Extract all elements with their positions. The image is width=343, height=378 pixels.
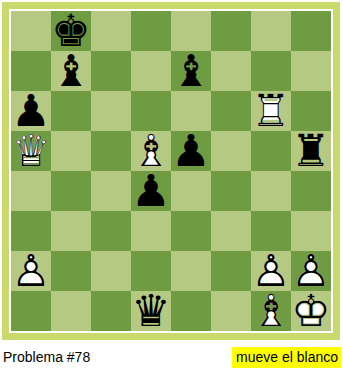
square-e7[interactable]: ♝︎ [171, 51, 211, 91]
piece-black-queen: ♛︎ [131, 291, 171, 331]
caption-row: Problema #78 mueve el blanco [2, 347, 341, 368]
square-h3[interactable] [291, 211, 331, 251]
square-c6[interactable] [91, 91, 131, 131]
square-b8[interactable]: ♚︎ [51, 11, 91, 51]
square-f4[interactable] [211, 171, 251, 211]
square-a1[interactable] [11, 291, 51, 331]
piece-black-king: ♚︎ [51, 11, 91, 51]
square-c7[interactable] [91, 51, 131, 91]
square-e5[interactable]: ♟︎ [171, 131, 211, 171]
piece-white-rook: ♖︎ [251, 91, 291, 131]
square-a5[interactable]: ♛︎♕︎ [11, 131, 51, 171]
piece-white-bishop-fill: ♝︎ [131, 131, 171, 171]
piece-white-bishop: ♗︎ [131, 131, 171, 171]
square-e8[interactable] [171, 11, 211, 51]
square-c4[interactable] [91, 171, 131, 211]
square-a3[interactable] [11, 211, 51, 251]
turn-indicator-label: mueve el blanco [232, 347, 341, 368]
square-f7[interactable] [211, 51, 251, 91]
square-f3[interactable] [211, 211, 251, 251]
square-a2[interactable]: ♟︎♙︎ [11, 251, 51, 291]
square-a4[interactable] [11, 171, 51, 211]
chess-board: ♚︎♝︎♝︎♟︎♜︎♖︎♛︎♕︎♝︎♗︎♟︎♜︎♟︎♟︎♙︎♟︎♙︎♟︎♙︎♛︎… [11, 11, 331, 331]
square-e6[interactable] [171, 91, 211, 131]
square-b4[interactable] [51, 171, 91, 211]
square-b1[interactable] [51, 291, 91, 331]
piece-black-pawn: ♟︎ [11, 91, 51, 131]
square-h4[interactable] [291, 171, 331, 211]
piece-black-rook: ♜︎ [291, 131, 331, 171]
piece-black-bishop: ♝︎ [171, 51, 211, 91]
piece-white-pawn: ♙︎ [291, 251, 331, 291]
square-g5[interactable] [251, 131, 291, 171]
square-d8[interactable] [131, 11, 171, 51]
square-h5[interactable]: ♜︎ [291, 131, 331, 171]
square-e4[interactable] [171, 171, 211, 211]
piece-white-rook-fill: ♜︎ [251, 91, 291, 131]
square-h8[interactable] [291, 11, 331, 51]
square-f1[interactable] [211, 291, 251, 331]
piece-white-bishop-fill: ♝︎ [251, 291, 291, 331]
piece-white-pawn-fill: ♟︎ [251, 251, 291, 291]
square-b3[interactable] [51, 211, 91, 251]
square-b5[interactable] [51, 131, 91, 171]
square-c1[interactable] [91, 291, 131, 331]
square-f2[interactable] [211, 251, 251, 291]
piece-white-king: ♔︎ [291, 291, 331, 331]
piece-black-pawn: ♟︎ [131, 171, 171, 211]
square-h6[interactable] [291, 91, 331, 131]
square-d6[interactable] [131, 91, 171, 131]
square-e2[interactable] [171, 251, 211, 291]
square-d4[interactable]: ♟︎ [131, 171, 171, 211]
square-e1[interactable] [171, 291, 211, 331]
square-d3[interactable] [131, 211, 171, 251]
square-a6[interactable]: ♟︎ [11, 91, 51, 131]
piece-white-king-fill: ♚︎ [291, 291, 331, 331]
square-a8[interactable] [11, 11, 51, 51]
square-d1[interactable]: ♛︎ [131, 291, 171, 331]
square-c8[interactable] [91, 11, 131, 51]
square-f8[interactable] [211, 11, 251, 51]
square-g3[interactable] [251, 211, 291, 251]
square-c3[interactable] [91, 211, 131, 251]
square-c2[interactable] [91, 251, 131, 291]
board-frame: ♚︎♝︎♝︎♟︎♜︎♖︎♛︎♕︎♝︎♗︎♟︎♜︎♟︎♟︎♙︎♟︎♙︎♟︎♙︎♛︎… [2, 2, 340, 340]
piece-white-pawn-fill: ♟︎ [291, 251, 331, 291]
square-e3[interactable] [171, 211, 211, 251]
square-g4[interactable] [251, 171, 291, 211]
square-g7[interactable] [251, 51, 291, 91]
board-inner-border: ♚︎♝︎♝︎♟︎♜︎♖︎♛︎♕︎♝︎♗︎♟︎♜︎♟︎♟︎♙︎♟︎♙︎♟︎♙︎♛︎… [9, 9, 333, 333]
square-b7[interactable]: ♝︎ [51, 51, 91, 91]
square-g8[interactable] [251, 11, 291, 51]
square-d5[interactable]: ♝︎♗︎ [131, 131, 171, 171]
square-b2[interactable] [51, 251, 91, 291]
piece-white-queen: ♕︎ [11, 131, 51, 171]
square-d7[interactable] [131, 51, 171, 91]
piece-white-pawn: ♙︎ [251, 251, 291, 291]
piece-black-bishop: ♝︎ [51, 51, 91, 91]
piece-white-pawn: ♙︎ [11, 251, 51, 291]
square-g2[interactable]: ♟︎♙︎ [251, 251, 291, 291]
square-h7[interactable] [291, 51, 331, 91]
square-c5[interactable] [91, 131, 131, 171]
square-d2[interactable] [131, 251, 171, 291]
chess-puzzle-widget: ♚︎♝︎♝︎♟︎♜︎♖︎♛︎♕︎♝︎♗︎♟︎♜︎♟︎♟︎♙︎♟︎♙︎♟︎♙︎♛︎… [0, 0, 343, 378]
square-f5[interactable] [211, 131, 251, 171]
piece-white-queen-fill: ♛︎ [11, 131, 51, 171]
square-g1[interactable]: ♝︎♗︎ [251, 291, 291, 331]
square-f6[interactable] [211, 91, 251, 131]
piece-white-pawn-fill: ♟︎ [11, 251, 51, 291]
square-b6[interactable] [51, 91, 91, 131]
square-g6[interactable]: ♜︎♖︎ [251, 91, 291, 131]
piece-black-pawn: ♟︎ [171, 131, 211, 171]
piece-white-bishop: ♗︎ [251, 291, 291, 331]
square-h1[interactable]: ♚︎♔︎ [291, 291, 331, 331]
square-a7[interactable] [11, 51, 51, 91]
square-h2[interactable]: ♟︎♙︎ [291, 251, 331, 291]
problem-number-label: Problema #78 [2, 349, 90, 365]
